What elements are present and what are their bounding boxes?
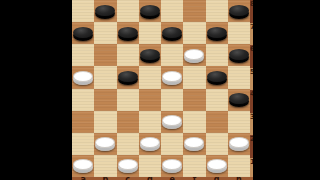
piece-top	[95, 5, 115, 16]
piece-top	[140, 49, 160, 60]
square-d1[interactable]	[139, 155, 161, 177]
piece-top	[162, 71, 182, 82]
square-b5[interactable]	[94, 66, 116, 88]
rank-label-4: 4	[250, 90, 253, 113]
square-f3[interactable]	[183, 111, 205, 133]
square-a6[interactable]	[72, 44, 94, 66]
square-e6[interactable]	[161, 44, 183, 66]
black-man-h8[interactable]	[229, 5, 249, 19]
square-b4[interactable]	[94, 89, 116, 111]
square-f1[interactable]	[183, 155, 205, 177]
piece-top	[73, 27, 93, 38]
square-a1[interactable]	[72, 155, 94, 177]
piece-top	[118, 27, 138, 38]
black-man-c5[interactable]	[118, 71, 138, 85]
black-man-g7[interactable]	[207, 27, 227, 41]
file-label-c: c	[117, 177, 139, 180]
square-d5[interactable]	[139, 66, 161, 88]
white-man-b2[interactable]	[95, 137, 115, 151]
file-label-g: g	[206, 177, 228, 180]
white-man-d2[interactable]	[140, 137, 160, 151]
square-a8[interactable]	[72, 0, 94, 22]
square-e4[interactable]	[161, 89, 183, 111]
square-g6[interactable]	[206, 44, 228, 66]
square-a3[interactable]	[72, 111, 94, 133]
white-man-a1[interactable]	[73, 159, 93, 173]
black-man-d6[interactable]	[140, 49, 160, 63]
square-c5[interactable]	[117, 66, 139, 88]
piece-top	[184, 49, 204, 60]
black-man-a7[interactable]	[73, 27, 93, 41]
white-man-a5[interactable]	[73, 71, 93, 85]
square-a5[interactable]	[72, 66, 94, 88]
square-f5[interactable]	[183, 66, 205, 88]
piece-top	[207, 71, 227, 82]
square-c6[interactable]	[117, 44, 139, 66]
checkers-app-frame: 87654321 abcdefgh	[0, 0, 320, 180]
file-label-h: h	[228, 177, 250, 180]
piece-top	[229, 5, 249, 16]
white-man-f2[interactable]	[184, 137, 204, 151]
piece-top	[229, 49, 249, 60]
letterbox-left	[0, 0, 72, 180]
square-f7[interactable]	[183, 22, 205, 44]
square-d6[interactable]	[139, 44, 161, 66]
file-label-e: e	[161, 177, 183, 180]
square-d8[interactable]	[139, 0, 161, 22]
clipped-file-labels-strip: abcdefgh	[72, 177, 253, 180]
square-h3[interactable]	[228, 111, 250, 133]
square-a4[interactable]	[72, 89, 94, 111]
black-man-g5[interactable]	[207, 71, 227, 85]
square-a7[interactable]	[72, 22, 94, 44]
square-g5[interactable]	[206, 66, 228, 88]
rank-label-2: 2	[250, 135, 253, 158]
black-man-c7[interactable]	[118, 27, 138, 41]
square-b2[interactable]	[94, 133, 116, 155]
square-h6[interactable]	[228, 44, 250, 66]
white-man-f6[interactable]	[184, 49, 204, 63]
black-man-e7[interactable]	[162, 27, 182, 41]
board	[72, 0, 250, 177]
square-h5[interactable]	[228, 66, 250, 88]
piece-top	[207, 27, 227, 38]
rank-label-6: 6	[250, 45, 253, 68]
white-man-h2[interactable]	[229, 137, 249, 151]
square-b1[interactable]	[94, 155, 116, 177]
square-e1[interactable]	[161, 155, 183, 177]
square-e5[interactable]	[161, 66, 183, 88]
square-f4[interactable]	[183, 89, 205, 111]
square-g8[interactable]	[206, 0, 228, 22]
piece-top	[73, 71, 93, 82]
square-g3[interactable]	[206, 111, 228, 133]
square-g2[interactable]	[206, 133, 228, 155]
black-man-h4[interactable]	[229, 93, 249, 107]
square-h4[interactable]	[228, 89, 250, 111]
black-man-h6[interactable]	[229, 49, 249, 63]
square-d3[interactable]	[139, 111, 161, 133]
file-label-b: b	[94, 177, 116, 180]
file-label-a: a	[72, 177, 94, 180]
square-b8[interactable]	[94, 0, 116, 22]
square-e2[interactable]	[161, 133, 183, 155]
white-man-e5[interactable]	[162, 71, 182, 85]
square-b7[interactable]	[94, 22, 116, 44]
square-c2[interactable]	[117, 133, 139, 155]
square-e3[interactable]	[161, 111, 183, 133]
black-man-d8[interactable]	[140, 5, 160, 19]
square-e7[interactable]	[161, 22, 183, 44]
piece-top	[140, 5, 160, 16]
square-c4[interactable]	[117, 89, 139, 111]
letterbox-right	[253, 0, 320, 180]
square-g1[interactable]	[206, 155, 228, 177]
rank-label-5: 5	[250, 68, 253, 91]
square-d7[interactable]	[139, 22, 161, 44]
rank-label-7: 7	[250, 23, 253, 46]
piece-top	[118, 71, 138, 82]
square-c1[interactable]	[117, 155, 139, 177]
square-h8[interactable]	[228, 0, 250, 22]
square-d2[interactable]	[139, 133, 161, 155]
white-man-c1[interactable]	[118, 159, 138, 173]
white-man-e1[interactable]	[162, 159, 182, 173]
square-c7[interactable]	[117, 22, 139, 44]
rank-label-3: 3	[250, 113, 253, 136]
file-label-f: f	[183, 177, 205, 180]
piece-top	[229, 93, 249, 104]
white-man-g1[interactable]	[207, 159, 227, 173]
clipped-rank-labels-strip: 87654321	[250, 0, 253, 180]
piece-top	[162, 27, 182, 38]
square-h1[interactable]	[228, 155, 250, 177]
square-b3[interactable]	[94, 111, 116, 133]
file-label-d: d	[139, 177, 161, 180]
square-h2[interactable]	[228, 133, 250, 155]
square-c8[interactable]	[117, 0, 139, 22]
square-h7[interactable]	[228, 22, 250, 44]
square-e8[interactable]	[161, 0, 183, 22]
square-f8[interactable]	[183, 0, 205, 22]
square-c3[interactable]	[117, 111, 139, 133]
black-man-b8[interactable]	[95, 5, 115, 19]
square-g4[interactable]	[206, 89, 228, 111]
square-a2[interactable]	[72, 133, 94, 155]
white-man-e3[interactable]	[162, 115, 182, 129]
rank-label-8: 8	[250, 0, 253, 23]
square-d4[interactable]	[139, 89, 161, 111]
square-f2[interactable]	[183, 133, 205, 155]
square-b6[interactable]	[94, 44, 116, 66]
square-f6[interactable]	[183, 44, 205, 66]
square-g7[interactable]	[206, 22, 228, 44]
